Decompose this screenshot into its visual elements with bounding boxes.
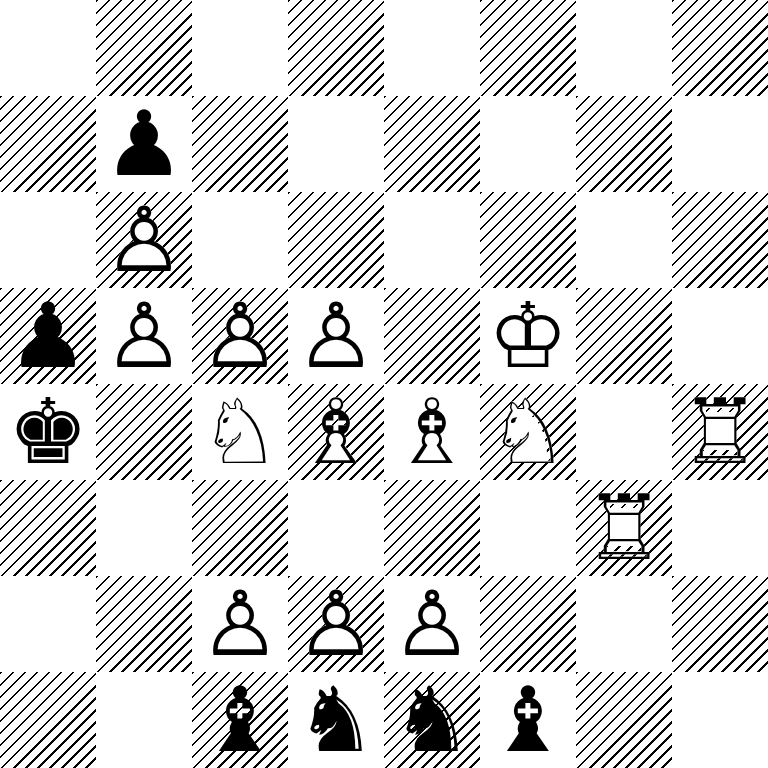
square-a2[interactable]	[0, 576, 96, 672]
black-pawn-icon: ♟	[0, 288, 96, 384]
black-knight-icon: ♞	[384, 672, 480, 768]
square-g2[interactable]	[576, 576, 672, 672]
piece-black-knight-d1: ♞	[288, 672, 384, 768]
square-e2[interactable]: ♟♙	[384, 576, 480, 672]
square-c1[interactable]: ♝	[192, 672, 288, 768]
square-b1[interactable]	[96, 672, 192, 768]
square-f2[interactable]	[480, 576, 576, 672]
chess-board: ♟♟♙♟♟♙♟♙♟♙♚♔♚♞♘♝♗♝♗♞♘♜♖♜♖♟♙♟♙♟♙♝♞♞♝	[0, 0, 768, 768]
square-c3[interactable]	[192, 480, 288, 576]
black-knight-icon: ♞	[288, 672, 384, 768]
white-pawn-icon: ♙	[192, 576, 288, 672]
square-f6[interactable]	[480, 192, 576, 288]
square-c2[interactable]: ♟♙	[192, 576, 288, 672]
white-pawn-icon: ♙	[288, 576, 384, 672]
piece-white-pawn-b5: ♟♙	[96, 288, 192, 384]
piece-black-knight-e1: ♞	[384, 672, 480, 768]
white-pawn-icon: ♙	[96, 288, 192, 384]
piece-white-pawn-c2: ♟♙	[192, 576, 288, 672]
white-bishop-icon: ♗	[384, 384, 480, 480]
square-c8[interactable]	[192, 0, 288, 96]
white-pawn-icon: ♙	[288, 288, 384, 384]
square-a5[interactable]: ♟	[0, 288, 96, 384]
piece-white-pawn-e2: ♟♙	[384, 576, 480, 672]
square-g1[interactable]	[576, 672, 672, 768]
white-king-icon: ♔	[480, 288, 576, 384]
black-king-icon: ♚	[0, 384, 96, 480]
piece-white-knight-c4: ♞♘	[192, 384, 288, 480]
square-b8[interactable]	[96, 0, 192, 96]
square-h2[interactable]	[672, 576, 768, 672]
square-e4[interactable]: ♝♗	[384, 384, 480, 480]
square-a7[interactable]	[0, 96, 96, 192]
white-knight-icon: ♘	[192, 384, 288, 480]
square-b2[interactable]	[96, 576, 192, 672]
square-c4[interactable]: ♞♘	[192, 384, 288, 480]
square-h5[interactable]	[672, 288, 768, 384]
piece-white-pawn-d2: ♟♙	[288, 576, 384, 672]
piece-white-pawn-b6: ♟♙	[96, 192, 192, 288]
square-d3[interactable]	[288, 480, 384, 576]
square-h4[interactable]: ♜♖	[672, 384, 768, 480]
square-h7[interactable]	[672, 96, 768, 192]
black-pawn-icon: ♟	[96, 96, 192, 192]
square-g4[interactable]	[576, 384, 672, 480]
white-pawn-icon: ♙	[192, 288, 288, 384]
square-e3[interactable]	[384, 480, 480, 576]
square-f4[interactable]: ♞♘	[480, 384, 576, 480]
white-bishop-icon: ♗	[288, 384, 384, 480]
square-f1[interactable]: ♝	[480, 672, 576, 768]
square-f5[interactable]: ♚♔	[480, 288, 576, 384]
square-e8[interactable]	[384, 0, 480, 96]
square-b7[interactable]: ♟	[96, 96, 192, 192]
square-e5[interactable]	[384, 288, 480, 384]
square-g7[interactable]	[576, 96, 672, 192]
square-h8[interactable]	[672, 0, 768, 96]
square-d5[interactable]: ♟♙	[288, 288, 384, 384]
square-c7[interactable]	[192, 96, 288, 192]
square-g5[interactable]	[576, 288, 672, 384]
square-e7[interactable]	[384, 96, 480, 192]
piece-black-bishop-c1: ♝	[192, 672, 288, 768]
piece-white-pawn-d5: ♟♙	[288, 288, 384, 384]
piece-black-pawn-a5: ♟	[0, 288, 96, 384]
square-b3[interactable]	[96, 480, 192, 576]
piece-black-pawn-b7: ♟	[96, 96, 192, 192]
piece-white-bishop-d4: ♝♗	[288, 384, 384, 480]
square-a4[interactable]: ♚	[0, 384, 96, 480]
square-e1[interactable]: ♞	[384, 672, 480, 768]
square-d4[interactable]: ♝♗	[288, 384, 384, 480]
piece-white-rook-g3: ♜♖	[576, 480, 672, 576]
white-rook-icon: ♖	[672, 384, 768, 480]
square-g3[interactable]: ♜♖	[576, 480, 672, 576]
black-bishop-icon: ♝	[192, 672, 288, 768]
piece-white-king-f5: ♚♔	[480, 288, 576, 384]
black-bishop-icon: ♝	[480, 672, 576, 768]
piece-white-knight-f4: ♞♘	[480, 384, 576, 480]
square-d8[interactable]	[288, 0, 384, 96]
piece-white-pawn-c5: ♟♙	[192, 288, 288, 384]
square-g8[interactable]	[576, 0, 672, 96]
square-b5[interactable]: ♟♙	[96, 288, 192, 384]
square-e6[interactable]	[384, 192, 480, 288]
piece-black-king-a4: ♚	[0, 384, 96, 480]
square-h6[interactable]	[672, 192, 768, 288]
square-d6[interactable]	[288, 192, 384, 288]
square-a6[interactable]	[0, 192, 96, 288]
square-d7[interactable]	[288, 96, 384, 192]
square-h1[interactable]	[672, 672, 768, 768]
square-f8[interactable]	[480, 0, 576, 96]
square-h3[interactable]	[672, 480, 768, 576]
white-pawn-icon: ♙	[384, 576, 480, 672]
piece-white-rook-h4: ♜♖	[672, 384, 768, 480]
white-pawn-icon: ♙	[96, 192, 192, 288]
white-rook-icon: ♖	[576, 480, 672, 576]
piece-white-bishop-e4: ♝♗	[384, 384, 480, 480]
square-f3[interactable]	[480, 480, 576, 576]
square-d1[interactable]: ♞	[288, 672, 384, 768]
square-a3[interactable]	[0, 480, 96, 576]
square-b4[interactable]	[96, 384, 192, 480]
square-b6[interactable]: ♟♙	[96, 192, 192, 288]
square-f7[interactable]	[480, 96, 576, 192]
piece-black-bishop-f1: ♝	[480, 672, 576, 768]
square-a8[interactable]	[0, 0, 96, 96]
square-a1[interactable]	[0, 672, 96, 768]
square-c6[interactable]	[192, 192, 288, 288]
square-d2[interactable]: ♟♙	[288, 576, 384, 672]
white-knight-icon: ♘	[480, 384, 576, 480]
square-g6[interactable]	[576, 192, 672, 288]
square-c5[interactable]: ♟♙	[192, 288, 288, 384]
